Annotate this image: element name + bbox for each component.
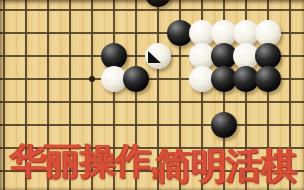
caption-text-left: 华丽操作,	[10, 143, 159, 179]
grid-hline	[0, 9, 304, 11]
go-stone-black	[123, 66, 149, 92]
grid-hline	[0, 101, 304, 103]
go-stone-black	[211, 112, 237, 138]
go-board-video-frame[interactable]: 华丽操作, 简明活棋	[0, 0, 304, 190]
caption-text-right: 简明活棋	[156, 148, 296, 184]
grid-vline	[3, 0, 5, 190]
grid-hline	[0, 124, 304, 126]
go-stone-white-marked	[145, 43, 171, 69]
go-stone-black	[255, 66, 281, 92]
star-point	[89, 76, 95, 82]
go-stone-black	[145, 0, 171, 7]
triangle-marker-icon	[148, 51, 161, 63]
